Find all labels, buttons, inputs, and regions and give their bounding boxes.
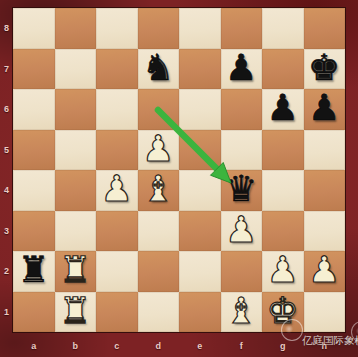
square-a5[interactable]	[13, 130, 55, 171]
rank-label-1: 1	[4, 307, 9, 317]
square-f5[interactable]	[221, 130, 263, 171]
rank-label-4: 4	[4, 185, 9, 195]
file-label-d: d	[156, 341, 162, 351]
file-label-b: b	[73, 341, 79, 351]
watermark-logo-icon	[281, 319, 303, 341]
square-d8[interactable]	[138, 8, 180, 49]
square-e7[interactable]	[179, 49, 221, 90]
square-a4[interactable]	[13, 170, 55, 211]
square-b5[interactable]	[55, 130, 97, 171]
file-label-c: c	[114, 341, 119, 351]
square-g3[interactable]	[262, 211, 304, 252]
square-c1[interactable]	[96, 292, 138, 333]
square-b8[interactable]	[55, 8, 97, 49]
square-e6[interactable]	[179, 89, 221, 130]
piece-white-pawn: ♟	[267, 252, 299, 288]
square-e4[interactable]	[179, 170, 221, 211]
chess-board: ♞♟♚♟♟♟♟♝♛♟♜♜♟♟♜♝♚	[13, 8, 345, 332]
piece-white-pawn: ♟	[225, 212, 257, 248]
piece-white-bishop: ♝	[225, 293, 257, 329]
square-d1[interactable]	[138, 292, 180, 333]
piece-white-pawn: ♟	[308, 252, 340, 288]
square-g2[interactable]: ♟	[262, 251, 304, 292]
square-h1[interactable]	[304, 292, 346, 333]
square-g7[interactable]	[262, 49, 304, 90]
file-label-e: e	[197, 341, 202, 351]
piece-black-queen: ♛	[225, 171, 257, 207]
piece-black-pawn: ♟	[267, 90, 299, 126]
rank-label-8: 8	[4, 23, 9, 33]
square-f4[interactable]: ♛	[221, 170, 263, 211]
square-f7[interactable]: ♟	[221, 49, 263, 90]
file-label-f: f	[240, 341, 243, 351]
square-f8[interactable]	[221, 8, 263, 49]
piece-black-pawn: ♟	[308, 90, 340, 126]
square-d7[interactable]: ♞	[138, 49, 180, 90]
square-e1[interactable]	[179, 292, 221, 333]
square-f6[interactable]	[221, 89, 263, 130]
square-e5[interactable]	[179, 130, 221, 171]
square-g6[interactable]: ♟	[262, 89, 304, 130]
square-f3[interactable]: ♟	[221, 211, 263, 252]
square-c3[interactable]	[96, 211, 138, 252]
watermark-text: 亿庭国际象棋	[302, 334, 358, 348]
square-h6[interactable]: ♟	[304, 89, 346, 130]
piece-black-king: ♚	[308, 50, 340, 86]
rank-label-2: 2	[4, 266, 9, 276]
square-c5[interactable]	[96, 130, 138, 171]
square-a2[interactable]: ♜	[13, 251, 55, 292]
square-e2[interactable]	[179, 251, 221, 292]
piece-white-rook: ♜	[59, 293, 91, 329]
rank-label-3: 3	[4, 226, 9, 236]
square-a3[interactable]	[13, 211, 55, 252]
square-e3[interactable]	[179, 211, 221, 252]
piece-black-knight: ♞	[142, 50, 174, 86]
square-d4[interactable]: ♝	[138, 170, 180, 211]
rank-label-7: 7	[4, 64, 9, 74]
square-c8[interactable]	[96, 8, 138, 49]
piece-black-rook: ♜	[18, 252, 50, 288]
square-b4[interactable]	[55, 170, 97, 211]
rank-label-5: 5	[4, 145, 9, 155]
square-a6[interactable]	[13, 89, 55, 130]
square-a7[interactable]	[13, 49, 55, 90]
square-f2[interactable]	[221, 251, 263, 292]
square-g5[interactable]	[262, 130, 304, 171]
square-d3[interactable]	[138, 211, 180, 252]
square-b7[interactable]	[55, 49, 97, 90]
square-h5[interactable]	[304, 130, 346, 171]
file-label-g: g	[280, 341, 286, 351]
square-b1[interactable]: ♜	[55, 292, 97, 333]
file-label-a: a	[31, 341, 36, 351]
square-b2[interactable]: ♜	[55, 251, 97, 292]
square-g8[interactable]	[262, 8, 304, 49]
square-c6[interactable]	[96, 89, 138, 130]
square-f1[interactable]: ♝	[221, 292, 263, 333]
square-h2[interactable]: ♟	[304, 251, 346, 292]
square-b3[interactable]	[55, 211, 97, 252]
square-g4[interactable]	[262, 170, 304, 211]
piece-white-rook: ♜	[59, 252, 91, 288]
square-d6[interactable]	[138, 89, 180, 130]
square-c7[interactable]	[96, 49, 138, 90]
chess-app-window: ♞♟♚♟♟♟♟♝♛♟♜♜♟♟♜♝♚ 87654321abcdefgh 亿庭国际象…	[0, 0, 358, 357]
rank-label-6: 6	[4, 104, 9, 114]
square-c4[interactable]: ♟	[96, 170, 138, 211]
square-c2[interactable]	[96, 251, 138, 292]
square-b6[interactable]	[55, 89, 97, 130]
square-h7[interactable]: ♚	[304, 49, 346, 90]
square-a1[interactable]	[13, 292, 55, 333]
square-h3[interactable]	[304, 211, 346, 252]
square-e8[interactable]	[179, 8, 221, 49]
square-h8[interactable]	[304, 8, 346, 49]
piece-black-pawn: ♟	[225, 50, 257, 86]
piece-white-pawn: ♟	[101, 171, 133, 207]
square-h4[interactable]	[304, 170, 346, 211]
piece-white-bishop: ♝	[142, 171, 174, 207]
square-a8[interactable]	[13, 8, 55, 49]
square-d2[interactable]	[138, 251, 180, 292]
piece-white-pawn: ♟	[142, 131, 174, 167]
square-d5[interactable]: ♟	[138, 130, 180, 171]
